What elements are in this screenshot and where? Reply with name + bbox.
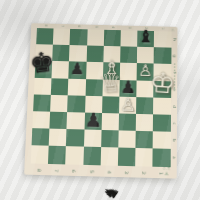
square-b4	[101, 130, 119, 148]
rank-label: 3	[127, 19, 131, 35]
file-label: g	[166, 54, 183, 59]
square-c4	[101, 113, 119, 131]
rank-label: 6	[71, 162, 77, 180]
square-f6: ♟	[69, 62, 87, 79]
square-e7	[51, 78, 69, 95]
square-d4	[102, 96, 120, 113]
chess-board: ♝♚♟♗♙♕♟♔♙♟	[31, 28, 171, 167]
square-f3	[120, 63, 137, 80]
piece-wP-d3: ♙	[118, 95, 138, 115]
file-label: h	[166, 37, 183, 42]
square-b8	[32, 128, 50, 146]
square-c8	[32, 111, 50, 129]
square-e2	[136, 80, 153, 97]
square-g6	[69, 45, 86, 62]
rank-label: 8	[36, 162, 42, 180]
square-c3	[119, 113, 137, 131]
rank-label: 8	[43, 17, 48, 33]
square-g5	[86, 46, 103, 63]
square-b6	[66, 129, 84, 147]
square-g4	[103, 46, 120, 63]
rank-label: 2	[141, 164, 146, 182]
square-f7	[52, 61, 70, 78]
file-label: c	[165, 121, 182, 126]
square-e6	[68, 78, 86, 95]
square-e4: ♕	[102, 79, 119, 96]
file-label: a	[165, 155, 182, 161]
chess-mat: ♝♚♟♗♙♕♟♔♙♟ 87654321 87654321 hgfedcba ••…	[24, 23, 177, 178]
square-b3	[118, 131, 136, 149]
square-c7	[50, 112, 68, 130]
square-c2	[136, 114, 153, 132]
corner-crest-icon: ♙ ♘♖ ♙	[159, 162, 173, 176]
square-e5	[85, 79, 103, 96]
crest-bottom: ♙	[159, 171, 173, 176]
square-d8	[33, 94, 51, 111]
square-f2: ♙	[137, 63, 154, 80]
square-d2	[136, 97, 153, 114]
square-f8: ♚	[35, 61, 53, 78]
square-g2	[137, 47, 154, 64]
rank-label: 7	[54, 162, 60, 180]
table-photo-background: ♝♚♟♗♙♕♟♔♙♟ 87654321 87654321 hgfedcba ••…	[0, 0, 200, 200]
captured-piece-off-board: ♞	[99, 181, 123, 200]
square-g7	[52, 45, 70, 62]
square-c5: ♟	[84, 112, 102, 130]
piece-wP-f2: ♙	[136, 62, 155, 81]
rank-label: 4	[110, 19, 114, 35]
square-f5	[86, 62, 103, 79]
rank-label: 4	[106, 163, 112, 181]
square-b2	[136, 131, 154, 149]
square-d5	[85, 96, 103, 113]
square-d7	[50, 95, 68, 112]
rank-label: 1	[161, 20, 165, 36]
right-edge-file-letters: hgfedcba	[171, 31, 177, 166]
square-d3: ♙	[119, 96, 136, 113]
file-label: b	[165, 138, 182, 143]
file-label: d	[165, 104, 182, 109]
square-d6	[67, 95, 85, 112]
square-b7	[49, 129, 67, 147]
square-g8	[35, 44, 53, 61]
square-f4: ♗	[103, 63, 120, 80]
bottom-edge-rank-numbers: 87654321	[30, 168, 170, 177]
square-g3	[120, 47, 137, 64]
square-b5	[84, 130, 102, 148]
piece-bP-e3: ♟	[118, 78, 137, 97]
rank-label: 3	[124, 164, 129, 182]
piece-bP-c5: ♟	[83, 111, 103, 131]
rank-label: 2	[144, 20, 148, 36]
square-e8	[34, 77, 52, 94]
square-c6	[67, 112, 85, 130]
knight-logo-icon: ♘	[171, 28, 175, 33]
rank-label: 5	[89, 163, 95, 181]
square-e3: ♟	[119, 80, 136, 97]
piece-bP-f6: ♟	[68, 60, 88, 79]
edge-brand-print: •••••••••	[172, 63, 176, 90]
rank-label: 5	[93, 19, 97, 35]
